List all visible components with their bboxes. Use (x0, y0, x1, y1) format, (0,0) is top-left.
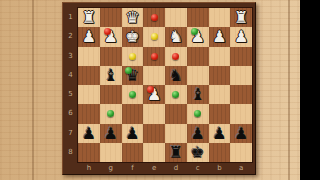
square-a5[interactable] (230, 85, 252, 104)
square-b7[interactable]: ♟ (209, 124, 231, 143)
piece-black-knight-d4[interactable]: ♞ (169, 66, 183, 85)
square-e4[interactable] (143, 66, 165, 85)
square-b2[interactable]: ♟ (209, 27, 231, 46)
marker-red-e3 (151, 53, 158, 60)
square-b1[interactable] (209, 8, 231, 27)
piece-black-pawn-f7[interactable]: ♟ (125, 124, 139, 143)
square-f2[interactable]: ♚ (122, 27, 144, 46)
square-d3[interactable] (165, 47, 187, 66)
wood-plank-seam (32, 0, 34, 180)
square-f3[interactable] (122, 47, 144, 66)
marker-green-f5 (129, 91, 136, 98)
square-h3[interactable] (78, 47, 100, 66)
chess-board-frame: 12345678 hgfedcba ♜♛♜♟♟♚♞♟♟♟♝♛♞♟♝♟♟♟♟♟♟♜… (62, 2, 256, 175)
square-e8[interactable] (143, 143, 165, 162)
marker-yellow-f3 (129, 53, 136, 60)
square-f1[interactable]: ♛ (122, 8, 144, 27)
square-e1[interactable] (143, 8, 165, 27)
square-e5[interactable]: ♟ (143, 85, 165, 104)
square-a6[interactable] (230, 104, 252, 123)
marker-red-g2 (104, 28, 111, 35)
piece-black-pawn-g7[interactable]: ♟ (103, 124, 117, 143)
square-b8[interactable] (209, 143, 231, 162)
rank-label-3: 3 (63, 47, 78, 66)
square-g8[interactable] (100, 143, 122, 162)
square-f6[interactable] (122, 104, 144, 123)
rank-label-1: 1 (63, 8, 78, 27)
rank-labels: 12345678 (63, 8, 78, 162)
piece-white-pawn-b2[interactable]: ♟ (212, 27, 226, 46)
square-b4[interactable] (209, 66, 231, 85)
marker-red-e1 (151, 14, 158, 21)
square-a3[interactable] (230, 47, 252, 66)
file-label-d: d (165, 162, 187, 175)
rank-label-5: 5 (63, 85, 78, 104)
square-c1[interactable] (187, 8, 209, 27)
square-a4[interactable] (230, 66, 252, 85)
screenshot-stage: 12345678 hgfedcba ♜♛♜♟♟♚♞♟♟♟♝♛♞♟♝♟♟♟♟♟♟♜… (0, 0, 320, 180)
square-f5[interactable] (122, 85, 144, 104)
piece-black-bishop-g4[interactable]: ♝ (103, 66, 117, 85)
square-g2[interactable]: ♟ (100, 27, 122, 46)
rank-label-8: 8 (63, 143, 78, 162)
file-label-f: f (122, 162, 144, 175)
piece-white-knight-d2[interactable]: ♞ (169, 27, 183, 46)
piece-black-rook-d8[interactable]: ♜ (169, 143, 183, 162)
piece-white-queen-f1[interactable]: ♛ (125, 8, 139, 27)
square-h7[interactable]: ♟ (78, 124, 100, 143)
square-g5[interactable] (100, 85, 122, 104)
square-a8[interactable] (230, 143, 252, 162)
file-label-g: g (100, 162, 122, 175)
square-c4[interactable] (187, 66, 209, 85)
wood-plank-seam (288, 0, 290, 180)
rank-label-6: 6 (63, 104, 78, 123)
piece-white-pawn-a2[interactable]: ♟ (234, 27, 248, 46)
square-f7[interactable]: ♟ (122, 124, 144, 143)
square-c6[interactable] (187, 104, 209, 123)
square-h5[interactable] (78, 85, 100, 104)
rank-label-2: 2 (63, 27, 78, 46)
square-c5[interactable]: ♝ (187, 85, 209, 104)
square-g6[interactable] (100, 104, 122, 123)
square-f8[interactable] (122, 143, 144, 162)
marker-green-d5 (172, 91, 179, 98)
piece-white-king-f2[interactable]: ♚ (125, 27, 139, 46)
piece-black-bishop-c5[interactable]: ♝ (190, 85, 204, 104)
square-h4[interactable] (78, 66, 100, 85)
square-c8[interactable]: ♚ (187, 143, 209, 162)
piece-white-rook-h1[interactable]: ♜ (82, 8, 96, 27)
piece-white-pawn-h2[interactable]: ♟ (82, 27, 96, 46)
file-label-b: b (209, 162, 231, 175)
square-h1[interactable]: ♜ (78, 8, 100, 27)
square-h2[interactable]: ♟ (78, 27, 100, 46)
square-f4[interactable]: ♛ (122, 66, 144, 85)
square-g3[interactable] (100, 47, 122, 66)
marker-green-c6 (194, 110, 201, 117)
square-a7[interactable]: ♟ (230, 124, 252, 143)
square-h8[interactable] (78, 143, 100, 162)
square-c3[interactable] (187, 47, 209, 66)
square-d4[interactable]: ♞ (165, 66, 187, 85)
file-label-c: c (187, 162, 209, 175)
piece-black-pawn-b7[interactable]: ♟ (212, 124, 226, 143)
chess-board: ♜♛♜♟♟♚♞♟♟♟♝♛♞♟♝♟♟♟♟♟♟♜♚ (78, 8, 252, 162)
right-black-bar (300, 0, 320, 180)
square-b3[interactable] (209, 47, 231, 66)
square-g7[interactable]: ♟ (100, 124, 122, 143)
rank-label-4: 4 (63, 66, 78, 85)
square-d5[interactable] (165, 85, 187, 104)
square-h6[interactable] (78, 104, 100, 123)
marker-green-g6 (107, 110, 114, 117)
piece-black-king-c8[interactable]: ♚ (190, 143, 204, 162)
file-label-e: e (143, 162, 165, 175)
square-b6[interactable] (209, 104, 231, 123)
marker-green-c2 (191, 28, 198, 35)
square-g1[interactable] (100, 8, 122, 27)
square-c2[interactable]: ♟ (187, 27, 209, 46)
square-d7[interactable] (165, 124, 187, 143)
square-e7[interactable] (143, 124, 165, 143)
piece-black-pawn-h7[interactable]: ♟ (82, 124, 96, 143)
piece-black-pawn-a7[interactable]: ♟ (234, 124, 248, 143)
square-d2[interactable]: ♞ (165, 27, 187, 46)
piece-white-rook-a1[interactable]: ♜ (234, 8, 248, 27)
square-d6[interactable] (165, 104, 187, 123)
piece-black-pawn-c7[interactable]: ♟ (190, 124, 204, 143)
square-e3[interactable] (143, 47, 165, 66)
square-b5[interactable] (209, 85, 231, 104)
square-g4[interactable]: ♝ (100, 66, 122, 85)
square-d1[interactable] (165, 8, 187, 27)
square-a2[interactable]: ♟ (230, 27, 252, 46)
square-c7[interactable]: ♟ (187, 124, 209, 143)
square-a1[interactable]: ♜ (230, 8, 252, 27)
square-e2[interactable] (143, 27, 165, 46)
file-label-h: h (78, 162, 100, 175)
file-label-a: a (230, 162, 252, 175)
square-d8[interactable]: ♜ (165, 143, 187, 162)
rank-label-7: 7 (63, 124, 78, 143)
marker-red-d3 (172, 53, 179, 60)
file-labels: hgfedcba (78, 162, 252, 175)
square-e6[interactable] (143, 104, 165, 123)
marker-yellow-e2 (151, 33, 158, 40)
